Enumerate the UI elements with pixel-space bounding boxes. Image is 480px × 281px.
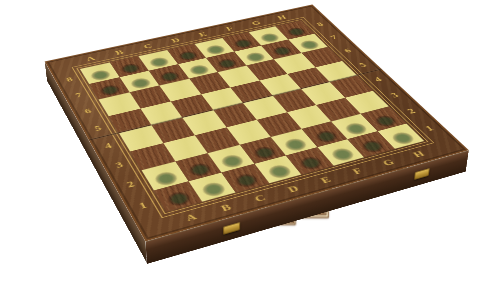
chess-board: ♜♞♝♛♚♝♞♜♟♟♟♟♟♟♟♟♟♟♟♟♟♟♟♟♜♞♝♛♚♝♞♜ ABCDEFG… — [45, 5, 469, 242]
brass-clasp-right — [414, 168, 430, 180]
chess-set-photo: ♜♞♝♛♚♝♞♜♟♟♟♟♟♟♟♟♟♟♟♟♟♟♟♟♜♞♝♛♚♝♞♜ ABCDEFG… — [0, 0, 480, 281]
brass-clasp-left — [223, 222, 240, 235]
